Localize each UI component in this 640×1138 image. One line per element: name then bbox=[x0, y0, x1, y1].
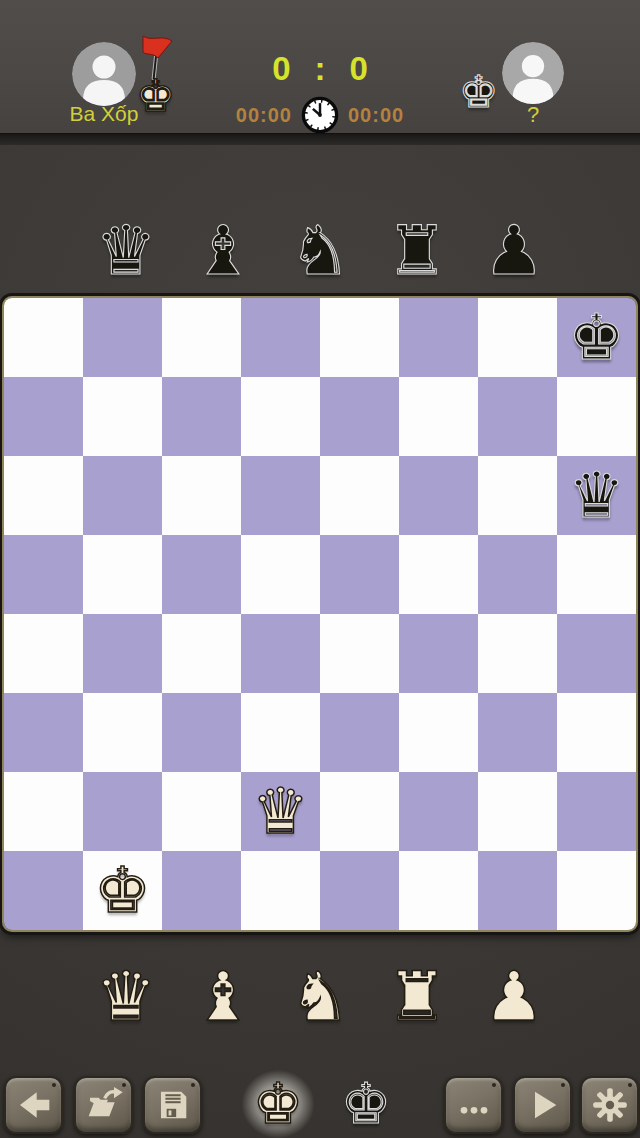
square-a5[interactable] bbox=[4, 535, 83, 614]
square-d1[interactable] bbox=[241, 851, 320, 930]
square-c4[interactable] bbox=[162, 614, 241, 693]
right-player-name: ? bbox=[473, 102, 593, 128]
square-a1[interactable] bbox=[4, 851, 83, 930]
square-h1[interactable] bbox=[557, 851, 636, 930]
square-a6[interactable] bbox=[4, 456, 83, 535]
square-e8[interactable] bbox=[320, 298, 399, 377]
square-g7[interactable] bbox=[478, 377, 557, 456]
square-b6[interactable] bbox=[83, 456, 162, 535]
square-e2[interactable] bbox=[320, 772, 399, 851]
square-h5[interactable] bbox=[557, 535, 636, 614]
tray-white-rook[interactable]: ♜ bbox=[386, 963, 447, 1031]
square-g4[interactable] bbox=[478, 614, 557, 693]
square-c3[interactable] bbox=[162, 693, 241, 772]
square-d5[interactable] bbox=[241, 535, 320, 614]
top-bar: ♚ Ba Xốp 0 : 0 00:00 00:00 ♚ bbox=[0, 0, 640, 133]
tray-black-knight[interactable]: ♞ bbox=[290, 217, 351, 285]
black-to-move-toggle[interactable]: ♚ bbox=[327, 1068, 405, 1138]
square-b7[interactable] bbox=[83, 377, 162, 456]
board-frame: ♚♛♛♚ bbox=[2, 296, 638, 932]
square-d6[interactable] bbox=[241, 456, 320, 535]
square-d8[interactable] bbox=[241, 298, 320, 377]
tray-white-pawn[interactable]: ♟ bbox=[483, 963, 544, 1031]
square-f6[interactable] bbox=[399, 456, 478, 535]
white-piece-tray: ♛♝♞♜♟ bbox=[0, 954, 640, 1040]
open-folder-icon bbox=[84, 1085, 124, 1125]
tray-black-pawn[interactable]: ♟ bbox=[483, 217, 544, 285]
ellipsis-icon bbox=[454, 1085, 494, 1125]
square-b8[interactable] bbox=[83, 298, 162, 377]
square-f3[interactable] bbox=[399, 693, 478, 772]
left-timer: 00:00 bbox=[236, 104, 292, 127]
square-e1[interactable] bbox=[320, 851, 399, 930]
more-button[interactable] bbox=[444, 1076, 503, 1134]
square-c6[interactable] bbox=[162, 456, 241, 535]
square-e6[interactable] bbox=[320, 456, 399, 535]
tray-black-bishop[interactable]: ♝ bbox=[193, 217, 254, 285]
black-queen-h6[interactable]: ♛ bbox=[568, 464, 624, 527]
square-a8[interactable] bbox=[4, 298, 83, 377]
square-g6[interactable] bbox=[478, 456, 557, 535]
square-a2[interactable] bbox=[4, 772, 83, 851]
square-h4[interactable] bbox=[557, 614, 636, 693]
clock-icon bbox=[301, 96, 339, 134]
square-d7[interactable] bbox=[241, 377, 320, 456]
score-right: 0 bbox=[350, 50, 368, 88]
chess-board: ♚♛♛♚ bbox=[4, 298, 636, 930]
right-player-avatar bbox=[502, 42, 564, 104]
square-h2[interactable] bbox=[557, 772, 636, 851]
square-f1[interactable] bbox=[399, 851, 478, 930]
square-h8[interactable]: ♚ bbox=[557, 298, 636, 377]
score-left: 0 bbox=[272, 50, 290, 88]
square-d3[interactable] bbox=[241, 693, 320, 772]
tray-black-queen[interactable]: ♛ bbox=[96, 217, 157, 285]
square-e5[interactable] bbox=[320, 535, 399, 614]
square-e3[interactable] bbox=[320, 693, 399, 772]
tray-white-bishop[interactable]: ♝ bbox=[193, 963, 254, 1031]
square-a7[interactable] bbox=[4, 377, 83, 456]
square-g1[interactable] bbox=[478, 851, 557, 930]
square-b4[interactable] bbox=[83, 614, 162, 693]
score-separator: : bbox=[315, 50, 326, 88]
back-arrow-icon bbox=[14, 1085, 54, 1125]
black-king-icon: ♚ bbox=[341, 1076, 391, 1132]
floppy-disk-icon bbox=[154, 1086, 192, 1124]
square-h6[interactable]: ♛ bbox=[557, 456, 636, 535]
tray-white-queen[interactable]: ♛ bbox=[96, 963, 157, 1031]
white-king-b1[interactable]: ♚ bbox=[94, 859, 150, 922]
white-queen-d2[interactable]: ♛ bbox=[252, 780, 308, 843]
chess-app-screen: ♚ Ba Xốp 0 : 0 00:00 00:00 ♚ bbox=[0, 0, 640, 1138]
load-button[interactable] bbox=[74, 1076, 133, 1134]
square-c7[interactable] bbox=[162, 377, 241, 456]
square-h7[interactable] bbox=[557, 377, 636, 456]
square-b2[interactable] bbox=[83, 772, 162, 851]
square-g8[interactable] bbox=[478, 298, 557, 377]
black-piece-tray: ♛♝♞♜♟ bbox=[0, 208, 640, 294]
square-c2[interactable] bbox=[162, 772, 241, 851]
person-icon bbox=[502, 42, 564, 104]
gear-icon bbox=[589, 1084, 631, 1126]
square-f8[interactable] bbox=[399, 298, 478, 377]
play-button[interactable] bbox=[513, 1076, 572, 1134]
square-f5[interactable] bbox=[399, 535, 478, 614]
square-b5[interactable] bbox=[83, 535, 162, 614]
square-a4[interactable] bbox=[4, 614, 83, 693]
square-d4[interactable] bbox=[241, 614, 320, 693]
back-button[interactable] bbox=[4, 1076, 63, 1134]
white-king-icon: ♚ bbox=[253, 1076, 303, 1132]
right-timer: 00:00 bbox=[348, 104, 404, 127]
square-e4[interactable] bbox=[320, 614, 399, 693]
settings-button[interactable] bbox=[580, 1076, 639, 1134]
square-d2[interactable]: ♛ bbox=[241, 772, 320, 851]
play-icon bbox=[523, 1085, 563, 1125]
square-f2[interactable] bbox=[399, 772, 478, 851]
square-c5[interactable] bbox=[162, 535, 241, 614]
square-g2[interactable] bbox=[478, 772, 557, 851]
square-h3[interactable] bbox=[557, 693, 636, 772]
square-a3[interactable] bbox=[4, 693, 83, 772]
square-e7[interactable] bbox=[320, 377, 399, 456]
tray-white-knight[interactable]: ♞ bbox=[290, 963, 351, 1031]
square-f4[interactable] bbox=[399, 614, 478, 693]
black-king-h8[interactable]: ♚ bbox=[568, 306, 624, 369]
square-g3[interactable] bbox=[478, 693, 557, 772]
square-c8[interactable] bbox=[162, 298, 241, 377]
square-b1[interactable]: ♚ bbox=[83, 851, 162, 930]
tray-black-rook[interactable]: ♜ bbox=[386, 217, 447, 285]
square-f7[interactable] bbox=[399, 377, 478, 456]
save-button[interactable] bbox=[143, 1076, 202, 1134]
square-b3[interactable] bbox=[83, 693, 162, 772]
white-to-move-toggle[interactable]: ♚ bbox=[239, 1068, 317, 1138]
square-g5[interactable] bbox=[478, 535, 557, 614]
header-divider bbox=[0, 133, 640, 145]
square-c1[interactable] bbox=[162, 851, 241, 930]
